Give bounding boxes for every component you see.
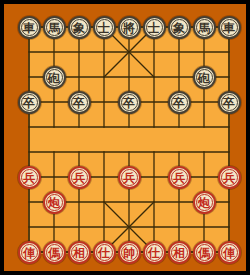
board-grid-lines [28,26,230,254]
piece-red-soldier[interactable]: 兵 [118,166,141,189]
piece-black-soldier[interactable]: 卒 [68,91,91,114]
piece-glyph: 俥 [21,244,38,261]
piece-glyph: 卒 [221,94,238,111]
piece-glyph: 帥 [121,244,138,261]
piece-red-cannon[interactable]: 炮 [193,191,216,214]
piece-red-advisor[interactable]: 仕 [143,241,166,264]
piece-glyph: 炮 [196,194,213,211]
piece-glyph: 俥 [221,244,238,261]
piece-glyph: 相 [171,244,188,261]
piece-black-general[interactable]: 將 [118,16,141,39]
piece-glyph: 卒 [171,94,188,111]
piece-black-chariot[interactable]: 車 [18,16,41,39]
piece-glyph: 卒 [121,94,138,111]
piece-black-soldier[interactable]: 卒 [218,91,241,114]
piece-red-horse[interactable]: 傌 [193,241,216,264]
piece-red-horse[interactable]: 傌 [43,241,66,264]
piece-glyph: 士 [146,19,163,36]
piece-red-soldier[interactable]: 兵 [218,166,241,189]
piece-red-advisor[interactable]: 仕 [93,241,116,264]
piece-glyph: 相 [71,244,88,261]
piece-glyph: 兵 [221,169,238,186]
piece-red-general[interactable]: 帥 [118,241,141,264]
piece-red-soldier[interactable]: 兵 [68,166,91,189]
piece-red-soldier[interactable]: 兵 [18,166,41,189]
piece-red-soldier[interactable]: 兵 [168,166,191,189]
piece-red-cannon[interactable]: 炮 [43,191,66,214]
piece-glyph: 車 [21,19,38,36]
piece-black-advisor[interactable]: 士 [143,16,166,39]
piece-black-soldier[interactable]: 卒 [18,91,41,114]
piece-glyph: 兵 [71,169,88,186]
piece-glyph: 仕 [146,244,163,261]
piece-black-horse[interactable]: 馬 [43,16,66,39]
piece-glyph: 兵 [171,169,188,186]
piece-black-chariot[interactable]: 車 [218,16,241,39]
piece-glyph: 炮 [46,194,63,211]
piece-black-horse[interactable]: 馬 [193,16,216,39]
piece-glyph: 象 [171,19,188,36]
piece-black-advisor[interactable]: 士 [93,16,116,39]
piece-black-cannon[interactable]: 砲 [43,66,66,89]
piece-glyph: 馬 [196,19,213,36]
piece-glyph: 砲 [46,69,63,86]
piece-glyph: 傌 [46,244,63,261]
piece-black-elephant[interactable]: 象 [68,16,91,39]
piece-glyph: 將 [121,19,138,36]
piece-glyph: 車 [221,19,238,36]
board-frame: 車馬象士將士象馬車砲砲卒卒卒卒卒兵兵兵兵兵炮炮俥傌相仕帥仕相傌俥 [4,4,246,271]
piece-black-cannon[interactable]: 砲 [193,66,216,89]
piece-glyph: 仕 [96,244,113,261]
piece-glyph: 士 [96,19,113,36]
piece-glyph: 砲 [196,69,213,86]
piece-red-chariot[interactable]: 俥 [218,241,241,264]
xiangqi-board[interactable]: 車馬象士將士象馬車砲砲卒卒卒卒卒兵兵兵兵兵炮炮俥傌相仕帥仕相傌俥 [28,26,230,254]
xiangqi-screenshot: { "game": "xiangqi", "position": { "fen"… [0,0,250,275]
piece-glyph: 兵 [21,169,38,186]
piece-glyph: 卒 [71,94,88,111]
piece-red-elephant[interactable]: 相 [68,241,91,264]
piece-black-elephant[interactable]: 象 [168,16,191,39]
piece-glyph: 兵 [121,169,138,186]
piece-glyph: 馬 [46,19,63,36]
piece-black-soldier[interactable]: 卒 [168,91,191,114]
piece-glyph: 傌 [196,244,213,261]
piece-black-soldier[interactable]: 卒 [118,91,141,114]
piece-red-chariot[interactable]: 俥 [18,241,41,264]
piece-glyph: 卒 [21,94,38,111]
piece-red-elephant[interactable]: 相 [168,241,191,264]
piece-glyph: 象 [71,19,88,36]
